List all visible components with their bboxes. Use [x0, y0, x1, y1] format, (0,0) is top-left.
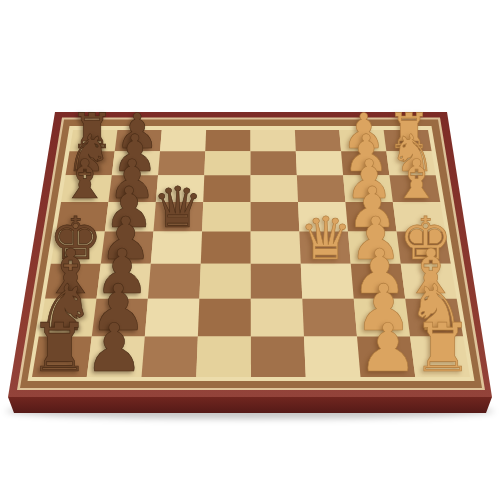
square-h6[interactable]	[142, 336, 198, 377]
piece-white-bishop-c1[interactable]: ♝	[392, 148, 440, 211]
square-e5[interactable]	[201, 231, 251, 263]
product-photo-canvas: ♜♟♟♜♞♟♟♞♝♟♟♝♟♛♟♚♟♛♟♚♝♟♟♝♞♟♟♞♜♟♟♜	[0, 0, 500, 500]
piece-black-bishop-c8[interactable]: ♝	[61, 148, 109, 211]
chessboard-photo: ♜♟♟♜♞♟♟♞♝♟♟♝♟♛♟♚♟♛♟♚♝♟♟♝♞♟♟♞♜♟♟♜	[0, 0, 500, 500]
square-a5[interactable]	[205, 130, 250, 151]
square-d4[interactable]	[251, 202, 300, 231]
square-d5[interactable]	[202, 202, 251, 231]
square-c5[interactable]	[203, 175, 250, 202]
square-f6[interactable]	[148, 264, 201, 299]
square-b3[interactable]	[296, 151, 343, 175]
square-f4[interactable]	[251, 264, 303, 299]
square-b4[interactable]	[251, 151, 297, 175]
square-a3[interactable]	[295, 130, 341, 151]
square-g3[interactable]	[302, 299, 357, 337]
square-e4[interactable]	[251, 231, 301, 263]
square-h3[interactable]	[304, 336, 361, 377]
square-h4[interactable]	[251, 336, 306, 377]
square-g6[interactable]	[145, 299, 200, 337]
piece-black-queen-d6[interactable]: ♛	[152, 175, 203, 240]
piece-white-pawn-h2[interactable]: ♟	[358, 309, 418, 387]
piece-white-rook-h1[interactable]: ♜	[413, 309, 473, 387]
square-g4[interactable]	[251, 299, 304, 337]
square-f5[interactable]	[199, 264, 250, 299]
square-c4[interactable]	[251, 175, 298, 202]
square-c3[interactable]	[297, 175, 346, 202]
piece-black-rook-h8[interactable]: ♜	[29, 309, 89, 387]
frame-front-edge	[8, 397, 492, 413]
piece-black-pawn-h7[interactable]: ♟	[84, 309, 144, 387]
square-g5[interactable]	[198, 299, 251, 337]
square-h5[interactable]	[196, 336, 251, 377]
piece-white-queen-e3[interactable]: ♛	[299, 204, 352, 273]
square-a4[interactable]	[251, 130, 296, 151]
square-b5[interactable]	[204, 151, 250, 175]
square-a6[interactable]	[160, 130, 206, 151]
square-b6[interactable]	[158, 151, 205, 175]
